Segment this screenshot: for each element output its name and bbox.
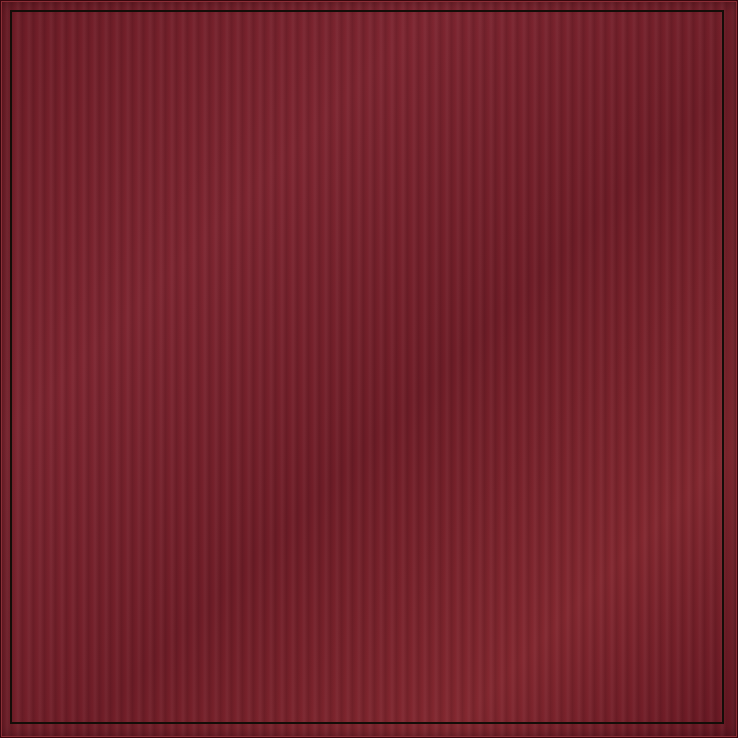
chess-board: [10, 10, 724, 724]
board-frame: [0, 0, 738, 738]
